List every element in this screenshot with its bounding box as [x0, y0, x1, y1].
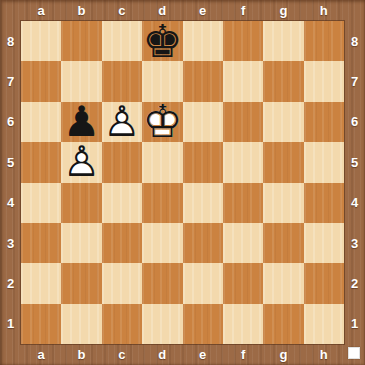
square-f3[interactable] — [223, 223, 263, 263]
file-label-f: f — [223, 344, 263, 365]
square-e1[interactable] — [183, 304, 223, 344]
square-c3[interactable] — [102, 223, 142, 263]
square-a4[interactable] — [21, 183, 61, 223]
square-d4[interactable] — [142, 183, 182, 223]
rank-label-4: 4 — [344, 183, 365, 223]
file-label-b: b — [61, 0, 101, 21]
white-pawn-b5[interactable]: ♟♙ — [61, 142, 101, 182]
square-f8[interactable] — [223, 21, 263, 61]
square-g4[interactable] — [263, 183, 303, 223]
file-label-g: g — [263, 0, 303, 21]
file-label-c: c — [102, 344, 142, 365]
file-label-g: g — [263, 344, 303, 365]
rank-label-6: 6 — [0, 102, 21, 142]
rank-labels-right: 87654321 — [344, 21, 365, 344]
chess-board: ♚♟♟♙♚♔♟♙ — [21, 21, 344, 344]
square-f2[interactable] — [223, 263, 263, 303]
square-d5[interactable] — [142, 142, 182, 182]
file-label-a: a — [21, 0, 61, 21]
rank-label-7: 7 — [344, 61, 365, 101]
rank-label-3: 3 — [344, 223, 365, 263]
square-h1[interactable] — [304, 304, 344, 344]
square-b5[interactable]: ♟♙ — [61, 142, 101, 182]
file-label-e: e — [183, 344, 223, 365]
square-f5[interactable] — [223, 142, 263, 182]
file-label-b: b — [61, 344, 101, 365]
square-d3[interactable] — [142, 223, 182, 263]
square-e4[interactable] — [183, 183, 223, 223]
square-a1[interactable] — [21, 304, 61, 344]
white-king-d6[interactable]: ♚♔ — [142, 102, 182, 142]
square-f4[interactable] — [223, 183, 263, 223]
square-d6[interactable]: ♚♔ — [142, 102, 182, 142]
file-label-d: d — [142, 344, 182, 365]
square-e3[interactable] — [183, 223, 223, 263]
square-h5[interactable] — [304, 142, 344, 182]
rank-label-6: 6 — [344, 102, 365, 142]
square-g7[interactable] — [263, 61, 303, 101]
square-b3[interactable] — [61, 223, 101, 263]
square-e2[interactable] — [183, 263, 223, 303]
square-h8[interactable] — [304, 21, 344, 61]
square-b8[interactable] — [61, 21, 101, 61]
file-label-e: e — [183, 0, 223, 21]
square-a2[interactable] — [21, 263, 61, 303]
rank-label-1: 1 — [344, 304, 365, 344]
black-king-d8[interactable]: ♚ — [142, 21, 182, 61]
file-labels-top: abcdefgh — [21, 0, 344, 21]
rank-label-2: 2 — [344, 263, 365, 303]
file-label-c: c — [102, 0, 142, 21]
square-h2[interactable] — [304, 263, 344, 303]
square-a8[interactable] — [21, 21, 61, 61]
chess-board-frame: abcdefgh abcdefgh 87654321 87654321 ♚♟♟♙… — [0, 0, 365, 365]
square-a5[interactable] — [21, 142, 61, 182]
black-pawn-b6[interactable]: ♟ — [61, 102, 101, 142]
square-a3[interactable] — [21, 223, 61, 263]
rank-label-8: 8 — [344, 21, 365, 61]
file-label-h: h — [304, 344, 344, 365]
square-g8[interactable] — [263, 21, 303, 61]
square-c8[interactable] — [102, 21, 142, 61]
rank-label-1: 1 — [0, 304, 21, 344]
white-pawn-c6[interactable]: ♟♙ — [102, 102, 142, 142]
square-e6[interactable] — [183, 102, 223, 142]
square-f6[interactable] — [223, 102, 263, 142]
square-h4[interactable] — [304, 183, 344, 223]
square-d8[interactable]: ♚ — [142, 21, 182, 61]
square-h7[interactable] — [304, 61, 344, 101]
square-f7[interactable] — [223, 61, 263, 101]
square-g3[interactable] — [263, 223, 303, 263]
square-g6[interactable] — [263, 102, 303, 142]
black-pawn-fill: ♟ — [61, 102, 101, 142]
file-label-f: f — [223, 0, 263, 21]
square-d1[interactable] — [142, 304, 182, 344]
square-b4[interactable] — [61, 183, 101, 223]
square-c4[interactable] — [102, 183, 142, 223]
square-g1[interactable] — [263, 304, 303, 344]
square-c5[interactable] — [102, 142, 142, 182]
rank-label-5: 5 — [344, 142, 365, 182]
rank-label-7: 7 — [0, 61, 21, 101]
square-e5[interactable] — [183, 142, 223, 182]
square-f1[interactable] — [223, 304, 263, 344]
white-pawn-outline: ♙ — [102, 102, 142, 142]
white-to-move-indicator — [348, 347, 360, 359]
square-b6[interactable]: ♟ — [61, 102, 101, 142]
white-pawn-outline: ♙ — [61, 142, 101, 182]
square-d2[interactable] — [142, 263, 182, 303]
rank-label-3: 3 — [0, 223, 21, 263]
square-e7[interactable] — [183, 61, 223, 101]
square-c6[interactable]: ♟♙ — [102, 102, 142, 142]
rank-label-5: 5 — [0, 142, 21, 182]
square-h3[interactable] — [304, 223, 344, 263]
square-a7[interactable] — [21, 61, 61, 101]
rank-labels-left: 87654321 — [0, 21, 21, 344]
square-g5[interactable] — [263, 142, 303, 182]
square-b1[interactable] — [61, 304, 101, 344]
white-king-outline: ♔ — [142, 102, 182, 142]
square-c2[interactable] — [102, 263, 142, 303]
file-label-a: a — [21, 344, 61, 365]
file-label-h: h — [304, 0, 344, 21]
square-b2[interactable] — [61, 263, 101, 303]
rank-label-2: 2 — [0, 263, 21, 303]
square-c7[interactable] — [102, 61, 142, 101]
rank-label-4: 4 — [0, 183, 21, 223]
file-labels-bottom: abcdefgh — [21, 344, 344, 365]
square-b7[interactable] — [61, 61, 101, 101]
square-h6[interactable] — [304, 102, 344, 142]
square-e8[interactable] — [183, 21, 223, 61]
square-c1[interactable] — [102, 304, 142, 344]
square-g2[interactable] — [263, 263, 303, 303]
black-king-fill: ♚ — [142, 21, 182, 61]
rank-label-8: 8 — [0, 21, 21, 61]
square-a6[interactable] — [21, 102, 61, 142]
